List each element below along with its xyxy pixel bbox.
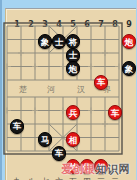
file-label: 一 xyxy=(122,175,136,180)
piece-black-elephant[interactable]: 象 xyxy=(38,34,53,49)
file-label: 七 xyxy=(38,175,52,180)
piece-red-soldier[interactable]: 兵 xyxy=(66,105,81,120)
file-label: 三 xyxy=(94,175,108,180)
piece-black-elephant[interactable]: 象 xyxy=(122,61,137,76)
piece-black-cannon[interactable]: 炮 xyxy=(66,61,81,76)
piece-black-general[interactable]: 将 xyxy=(66,34,81,49)
piece-black-advisor[interactable]: 士 xyxy=(66,48,81,63)
piece-red-elephant[interactable]: 相 xyxy=(94,159,109,174)
file-label: 四 xyxy=(80,175,94,180)
piece-red-general[interactable]: 帅 xyxy=(66,159,81,174)
file-label: 六 xyxy=(52,175,66,180)
piece-black-chariot[interactable]: 车 xyxy=(52,146,67,161)
piece-red-advisor[interactable]: 仕 xyxy=(80,159,95,174)
piece-red-elephant[interactable]: 相 xyxy=(66,132,81,147)
file-label: 九 xyxy=(10,175,24,180)
file-label: 二 xyxy=(108,175,122,180)
piece-layer: 象士将炮士炮象车兵车车马相车帅仕相 xyxy=(10,35,136,174)
xiangqi-board: 1 2 3 4 5 6 7 8 9 xyxy=(5,8,136,180)
file-label: 八 xyxy=(24,175,38,180)
bottom-file-labels: 九 八 七 六 五 四 三 二 一 xyxy=(10,175,136,180)
piece-red-chariot[interactable]: 车 xyxy=(108,105,123,120)
page: 1 2 3 4 5 6 7 8 9 xyxy=(0,0,137,180)
file-label: 五 xyxy=(66,175,80,180)
piece-red-cannon[interactable]: 炮 xyxy=(122,34,137,49)
piece-red-chariot[interactable]: 车 xyxy=(94,75,109,90)
piece-black-advisor[interactable]: 士 xyxy=(52,34,67,49)
piece-black-chariot[interactable]: 车 xyxy=(10,119,25,134)
piece-black-horse[interactable]: 马 xyxy=(38,132,53,147)
